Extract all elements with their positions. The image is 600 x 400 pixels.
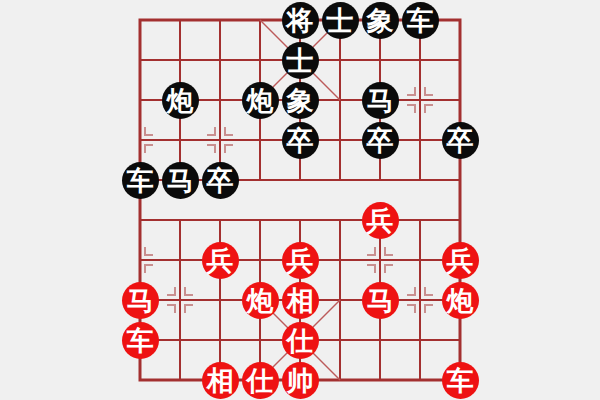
piece-black-soldier[interactable]: 卒 [362, 122, 399, 159]
piece-black-cannon[interactable]: 炮 [242, 82, 279, 119]
piece-black-soldier[interactable]: 卒 [282, 122, 319, 159]
piece-black-advisor[interactable]: 士 [282, 42, 319, 79]
piece-black-chariot[interactable]: 车 [402, 2, 439, 39]
piece-red-elephant[interactable]: 相 [202, 362, 239, 399]
piece-red-soldier[interactable]: 兵 [282, 242, 319, 279]
piece-red-general[interactable]: 帅 [282, 362, 319, 399]
piece-red-soldier[interactable]: 兵 [202, 242, 239, 279]
piece-red-chariot[interactable]: 车 [442, 362, 479, 399]
piece-black-elephant[interactable]: 象 [282, 82, 319, 119]
piece-black-cannon[interactable]: 炮 [162, 82, 199, 119]
piece-red-horse[interactable]: 马 [362, 282, 399, 319]
piece-grid: 将士象车士炮炮象马卒卒卒车马卒兵兵兵兵马炮相马炮车仕相仕帅车 [120, 0, 480, 400]
piece-red-elephant[interactable]: 相 [282, 282, 319, 319]
xiangqi-board-screen: 将士象车士炮炮象马卒卒卒车马卒兵兵兵兵马炮相马炮车仕相仕帅车 [0, 0, 600, 400]
piece-red-cannon[interactable]: 炮 [442, 282, 479, 319]
piece-black-advisor[interactable]: 士 [322, 2, 359, 39]
piece-black-soldier[interactable]: 卒 [202, 162, 239, 199]
piece-black-chariot[interactable]: 车 [122, 162, 159, 199]
piece-red-soldier[interactable]: 兵 [442, 242, 479, 279]
piece-red-horse[interactable]: 马 [122, 282, 159, 319]
piece-red-chariot[interactable]: 车 [122, 322, 159, 359]
piece-black-elephant[interactable]: 象 [362, 2, 399, 39]
piece-red-advisor[interactable]: 仕 [242, 362, 279, 399]
piece-red-advisor[interactable]: 仕 [282, 322, 319, 359]
piece-black-horse[interactable]: 马 [362, 82, 399, 119]
piece-red-cannon[interactable]: 炮 [242, 282, 279, 319]
piece-red-soldier[interactable]: 兵 [362, 202, 399, 239]
piece-black-general[interactable]: 将 [282, 2, 319, 39]
piece-black-horse[interactable]: 马 [162, 162, 199, 199]
piece-black-soldier[interactable]: 卒 [442, 122, 479, 159]
